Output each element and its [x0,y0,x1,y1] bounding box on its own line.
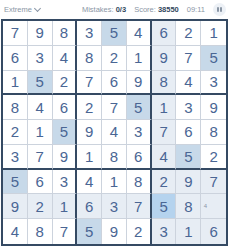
cell-r4c3[interactable]: 6 [53,95,78,120]
cell-digit: 7 [35,149,43,164]
cell-r8c9[interactable]: 4 [201,194,226,219]
cell-r7c5[interactable]: 1 [102,170,127,195]
cell-r7c4[interactable]: 4 [77,170,102,195]
cell-digit: 1 [159,100,167,115]
cell-r7c6[interactable]: 8 [127,170,152,195]
score-value: 38550 [158,5,179,14]
cell-r5c1[interactable]: 2 [3,120,28,145]
cell-digit: 6 [110,74,118,89]
cell-r8c6[interactable]: 7 [127,194,152,219]
cell-digit: 9 [110,224,118,239]
cell-digit: 3 [209,74,217,89]
cell-digit: 6 [35,174,43,189]
cell-r3c3[interactable]: 2 [53,71,78,96]
cell-r8c5[interactable]: 3 [102,194,127,219]
cell-digit: 8 [35,224,43,239]
cell-digit: 2 [11,124,19,139]
score-label: Score: [134,5,156,14]
cell-digit: 2 [184,25,192,40]
header: Extreme Mistakes: 0/3 Score: 38550 09:11 [0,0,229,19]
cell-digit: 9 [11,199,19,214]
cell-digit: 9 [159,50,167,65]
cell-r5c3[interactable]: 5 [53,120,78,145]
cell-digit: 2 [159,174,167,189]
cell-r5c5[interactable]: 4 [102,120,127,145]
cell-r2c2[interactable]: 3 [28,46,53,71]
cell-digit: 8 [110,149,118,164]
cell-digit: 3 [110,199,118,214]
cell-r8c7[interactable]: 5 [152,194,177,219]
cell-digit: 4 [184,74,192,89]
cell-digit: 5 [184,149,192,164]
cell-digit: 5 [35,74,43,89]
cell-r3c5[interactable]: 6 [102,71,127,96]
cell-r8c4[interactable]: 6 [77,194,102,219]
cell-r7c9[interactable]: 7 [201,170,226,195]
cell-digit: 7 [60,224,68,239]
note-digit [218,210,226,218]
cell-digit: 1 [11,74,19,89]
cell-r5c9[interactable]: 8 [201,120,226,145]
pause-icon [217,7,222,12]
cell-digit: 5 [209,50,217,65]
note-digit [218,202,226,210]
cell-digit: 7 [159,124,167,139]
cell-r3c6[interactable]: 9 [127,71,152,96]
cell-r1c8[interactable]: 2 [176,21,201,46]
cell-r6c3[interactable]: 9 [53,145,78,170]
cell-digit: 4 [134,25,142,40]
cell-r8c2[interactable]: 2 [28,194,53,219]
cell-r1c6[interactable]: 4 [127,21,152,46]
cell-digit: 3 [11,149,19,164]
cell-digit: 5 [11,174,19,189]
cell-r2c1[interactable]: 6 [3,46,28,71]
cell-digit: 5 [85,224,93,239]
cell-digit: 7 [110,100,118,115]
cell-r9c2[interactable]: 8 [28,219,53,244]
timer: 09:11 [187,5,205,14]
cell-r5c7[interactable]: 7 [152,120,177,145]
cell-digit: 1 [134,50,142,65]
cell-r5c8[interactable]: 6 [176,120,201,145]
cell-r6c1[interactable]: 3 [3,145,28,170]
cell-digit: 2 [35,199,43,214]
cell-r6c6[interactable]: 6 [127,145,152,170]
cell-r2c3[interactable]: 4 [53,46,78,71]
cell-r9c1[interactable]: 4 [3,219,28,244]
cell-r4c9[interactable]: 9 [201,95,226,120]
cell-r5c2[interactable]: 1 [28,120,53,145]
difficulty-selector[interactable]: Extreme [4,5,40,14]
cell-digit: 8 [209,124,217,139]
cell-r9c8[interactable]: 1 [176,219,201,244]
note-digit [201,194,209,202]
cell-r9c7[interactable]: 3 [152,219,177,244]
cell-digit: 6 [159,25,167,40]
cell-r8c8[interactable]: 8 [176,194,201,219]
cell-digit: 3 [35,50,43,65]
cell-r9c4[interactable]: 5 [77,219,102,244]
cell-digit: 2 [110,50,118,65]
cell-digit: 4 [11,224,19,239]
cell-digit: 5 [60,124,68,139]
cell-r9c6[interactable]: 2 [127,219,152,244]
cell-digit: 8 [184,199,192,214]
cell-digit: 6 [60,100,68,115]
cell-r1c7[interactable]: 6 [152,21,177,46]
note-digit [209,210,217,218]
cell-digit: 5 [134,100,142,115]
mistakes-stat: Mistakes: 0/3 [82,5,126,14]
cell-digit: 2 [60,74,68,89]
note-digit [201,210,209,218]
cell-digit: 7 [85,74,93,89]
cell-r2c5[interactable]: 2 [102,46,127,71]
cell-digit: 4 [60,50,68,65]
cell-digit: 4 [159,149,167,164]
cell-r4c8[interactable]: 3 [176,95,201,120]
cell-r3c8[interactable]: 4 [176,71,201,96]
cell-r7c1[interactable]: 5 [3,170,28,195]
cell-r4c1[interactable]: 8 [3,95,28,120]
cell-digit: 5 [159,199,167,214]
mistakes-label: Mistakes: [82,5,114,14]
cell-r2c9[interactable]: 5 [201,46,226,71]
cell-r6c8[interactable]: 5 [176,145,201,170]
cell-r5c6[interactable]: 3 [127,120,152,145]
cell-r1c2[interactable]: 9 [28,21,53,46]
cell-r9c5[interactable]: 9 [102,219,127,244]
cell-r3c1[interactable]: 1 [3,71,28,96]
header-stats: Mistakes: 0/3 Score: 38550 09:11 [82,3,226,16]
cell-r7c7[interactable]: 2 [152,170,177,195]
cell-digit: 8 [134,174,142,189]
cell-r1c5[interactable]: 5 [102,21,127,46]
cell-r1c4[interactable]: 3 [77,21,102,46]
cell-r7c3[interactable]: 3 [53,170,78,195]
cell-r4c4[interactable]: 2 [77,95,102,120]
cell-r9c3[interactable]: 7 [53,219,78,244]
cell-digit: 2 [209,149,217,164]
cell-digit: 1 [85,149,93,164]
cell-digit: 3 [184,100,192,115]
cell-r5c4[interactable]: 9 [77,120,102,145]
cell-digit: 8 [85,50,93,65]
cell-digit: 4 [85,174,93,189]
notes-grid: 4 [201,194,226,218]
cell-digit: 4 [35,100,43,115]
cell-r8c1[interactable]: 9 [3,194,28,219]
cell-digit: 7 [184,50,192,65]
cell-digit: 1 [35,124,43,139]
cell-digit: 3 [159,224,167,239]
cell-digit: 6 [85,199,93,214]
cell-r2c8[interactable]: 7 [176,46,201,71]
cell-digit: 8 [159,74,167,89]
cell-r2c6[interactable]: 1 [127,46,152,71]
cell-digit: 2 [85,100,93,115]
note-digit [209,194,217,202]
cell-digit: 8 [60,25,68,40]
cell-r4c7[interactable]: 1 [152,95,177,120]
cell-r3c7[interactable]: 8 [152,71,177,96]
cell-r4c2[interactable]: 4 [28,95,53,120]
cell-r6c4[interactable]: 1 [77,145,102,170]
cell-digit: 9 [60,149,68,164]
cell-r6c2[interactable]: 7 [28,145,53,170]
cell-digit: 9 [85,124,93,139]
cell-digit: 9 [184,174,192,189]
cell-digit: 6 [11,50,19,65]
cell-r3c4[interactable]: 7 [77,71,102,96]
cell-r4c5[interactable]: 7 [102,95,127,120]
cell-r4c6[interactable]: 5 [127,95,152,120]
note-digit [218,194,226,202]
cell-r6c7[interactable]: 4 [152,145,177,170]
sudoku-board: 7983546216348219751527698438462751392159… [1,19,228,246]
cell-r1c1[interactable]: 7 [3,21,28,46]
pause-button[interactable] [213,3,226,16]
cell-digit: 1 [184,224,192,239]
cell-digit: 6 [184,124,192,139]
note-digit [209,202,217,210]
cell-digit: 6 [209,224,217,239]
cell-digit: 2 [134,224,142,239]
cell-digit: 1 [60,199,68,214]
cell-r9c9[interactable]: 6 [201,219,226,244]
score-stat: Score: 38550 [134,5,179,14]
cell-r1c9[interactable]: 1 [201,21,226,46]
cell-digit: 7 [11,25,19,40]
cell-digit: 8 [11,100,19,115]
cell-digit: 9 [209,100,217,115]
cell-r6c9[interactable]: 2 [201,145,226,170]
cell-digit: 6 [134,149,142,164]
cell-r3c9[interactable]: 3 [201,71,226,96]
cell-digit: 7 [134,199,142,214]
chevron-down-icon [34,5,41,12]
cell-digit: 7 [209,174,217,189]
note-digit: 4 [201,202,209,210]
cell-digit: 9 [134,74,142,89]
cell-digit: 1 [209,25,217,40]
cell-r1c3[interactable]: 8 [53,21,78,46]
cell-digit: 1 [110,174,118,189]
cell-digit: 3 [60,174,68,189]
cell-digit: 5 [110,25,118,40]
cell-r6c5[interactable]: 8 [102,145,127,170]
cell-r8c3[interactable]: 1 [53,194,78,219]
cell-digit: 9 [35,25,43,40]
cell-r7c2[interactable]: 6 [28,170,53,195]
cell-r2c4[interactable]: 8 [77,46,102,71]
cell-digit: 3 [134,124,142,139]
cell-digit: 4 [110,124,118,139]
cell-r7c8[interactable]: 9 [176,170,201,195]
mistakes-value: 0/3 [116,5,126,14]
cell-r3c2[interactable]: 5 [28,71,53,96]
difficulty-label: Extreme [4,5,32,14]
cell-digit: 3 [85,25,93,40]
cell-r2c7[interactable]: 9 [152,46,177,71]
